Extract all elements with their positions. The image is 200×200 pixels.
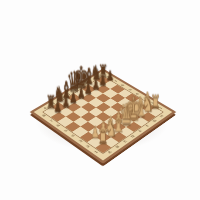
chess-product-photo: ♜♞♝♛♚♝♞♜♟♟♟♟♟♟♟♟♟♟♟♟♟♟♟♟♜♞♝♛♚♝♞♜ AABBCCD…: [0, 0, 200, 200]
piece-black-pawn-a7: ♟: [48, 100, 69, 116]
piece-white-rook-a1: ♜: [92, 127, 114, 148]
